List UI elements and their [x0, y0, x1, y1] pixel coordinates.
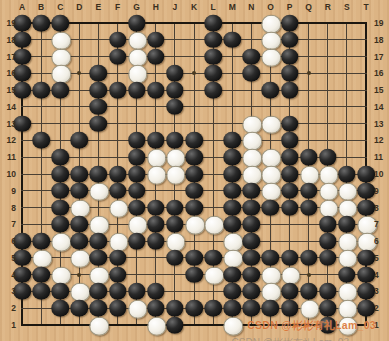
black-stone-G11	[128, 149, 146, 166]
black-stone-J12	[166, 132, 184, 149]
black-stone-P17	[281, 48, 299, 65]
black-stone-D10	[71, 166, 89, 183]
black-stone-J16	[166, 65, 184, 82]
black-stone-N4	[243, 266, 261, 283]
black-stone-P5	[281, 250, 299, 267]
white-stone-O9	[262, 183, 282, 202]
black-stone-C7	[51, 216, 69, 233]
black-stone-E10	[90, 166, 108, 183]
black-stone-S10	[338, 166, 356, 183]
white-stone-R9	[319, 183, 339, 202]
go-board[interactable]: ABCDEFGHJKLMNOPQRST191918181717161615151…	[0, 0, 389, 341]
coord-label-left-19: 19	[2, 18, 16, 28]
white-stone-D5	[71, 250, 91, 269]
black-stone-F18	[109, 32, 127, 49]
black-stone-T8	[357, 199, 375, 216]
white-stone-D3	[71, 283, 91, 302]
black-stone-J5	[166, 250, 184, 267]
black-stone-G15	[128, 82, 146, 99]
black-stone-K9	[185, 183, 203, 200]
black-stone-C10	[51, 166, 69, 183]
white-stone-F6	[109, 233, 129, 252]
coord-label-right-15: 15	[374, 85, 388, 95]
coord-label-left-3: 3	[2, 286, 16, 296]
black-stone-F17	[109, 48, 127, 65]
coord-label-top-L: L	[211, 2, 216, 12]
black-stone-N16	[243, 65, 261, 82]
black-stone-Q8	[300, 199, 318, 216]
coord-label-top-D: D	[76, 2, 82, 12]
coord-label-right-18: 18	[374, 35, 388, 45]
white-stone-N10	[243, 166, 263, 185]
black-stone-R3	[319, 283, 337, 300]
coord-label-top-K: K	[191, 2, 197, 12]
white-stone-N11	[243, 149, 263, 168]
black-stone-P10	[281, 166, 299, 183]
black-stone-C3	[51, 283, 69, 300]
black-stone-M8	[223, 199, 241, 216]
coord-label-left-10: 10	[2, 169, 16, 179]
coord-label-top-J: J	[173, 2, 178, 12]
black-stone-F15	[109, 82, 127, 99]
black-stone-R6	[319, 233, 337, 250]
white-stone-R10	[319, 166, 339, 185]
black-stone-F5	[109, 250, 127, 267]
white-stone-P4	[281, 266, 301, 285]
black-stone-L18	[204, 32, 222, 49]
star-point-Q4	[307, 273, 311, 277]
black-stone-L19	[204, 15, 222, 32]
black-stone-C8	[51, 199, 69, 216]
black-stone-M12	[223, 132, 241, 149]
black-stone-B19	[32, 15, 50, 32]
black-stone-G6	[128, 233, 146, 250]
coord-label-left-12: 12	[2, 135, 16, 145]
coord-label-right-14: 14	[374, 102, 388, 112]
black-stone-C9	[51, 183, 69, 200]
black-stone-Q11	[300, 149, 318, 166]
white-stone-R8	[319, 199, 339, 218]
black-stone-O8	[262, 199, 280, 216]
coord-label-left-5: 5	[2, 253, 16, 263]
black-stone-J8	[166, 199, 184, 216]
black-stone-J15	[166, 82, 184, 99]
white-stone-S5	[338, 250, 358, 269]
black-stone-F2	[109, 300, 127, 317]
black-stone-E16	[90, 65, 108, 82]
black-stone-P9	[281, 183, 299, 200]
black-stone-G12	[128, 132, 146, 149]
black-stone-K4	[185, 266, 203, 283]
black-stone-E5	[90, 250, 108, 267]
coord-label-top-H: H	[153, 2, 159, 12]
black-stone-E13	[90, 115, 108, 132]
grid-line-horizontal	[21, 56, 367, 57]
black-stone-Q3	[300, 283, 318, 300]
black-stone-P16	[281, 65, 299, 82]
white-stone-D8	[71, 199, 91, 218]
black-stone-M2	[223, 300, 241, 317]
black-stone-C15	[51, 82, 69, 99]
black-stone-G10	[128, 166, 146, 183]
white-stone-O17	[262, 48, 282, 67]
black-stone-C11	[51, 149, 69, 166]
black-stone-N3	[243, 283, 261, 300]
white-stone-H10	[147, 166, 167, 185]
star-point-D4	[77, 273, 81, 277]
grid-line-horizontal	[21, 106, 367, 107]
white-stone-M1	[223, 317, 243, 336]
black-stone-G3	[128, 283, 146, 300]
coord-label-left-16: 16	[2, 68, 16, 78]
coord-label-right-6: 6	[374, 236, 388, 246]
grid-line-horizontal	[21, 123, 367, 124]
black-stone-B3	[32, 283, 50, 300]
black-stone-B15	[32, 82, 50, 99]
star-point-K16	[192, 71, 196, 75]
black-stone-B12	[32, 132, 50, 149]
coord-label-right-19: 19	[374, 18, 388, 28]
black-stone-M10	[223, 166, 241, 183]
coord-label-left-4: 4	[2, 270, 16, 280]
grid-line-horizontal	[21, 39, 367, 40]
black-stone-Q5	[300, 250, 318, 267]
black-stone-Q9	[300, 183, 318, 200]
black-stone-N8	[243, 199, 261, 216]
coord-label-top-E: E	[96, 2, 102, 12]
coord-label-right-5: 5	[374, 253, 388, 263]
white-stone-O19	[262, 15, 282, 34]
black-stone-N5	[243, 250, 261, 267]
white-stone-M5	[223, 250, 243, 269]
black-stone-N9	[243, 183, 261, 200]
black-stone-H12	[147, 132, 165, 149]
black-stone-J1	[166, 317, 184, 334]
white-stone-C16	[51, 65, 71, 84]
white-stone-C4	[51, 266, 71, 285]
white-stone-M6	[223, 233, 243, 252]
black-stone-P11	[281, 149, 299, 166]
black-stone-G9	[128, 183, 146, 200]
white-stone-Q2	[300, 300, 320, 319]
white-stone-N13	[243, 115, 263, 134]
coord-label-top-M: M	[229, 2, 236, 12]
black-stone-J2	[166, 300, 184, 317]
black-stone-M18	[223, 32, 241, 49]
coord-label-top-F: F	[115, 2, 120, 12]
white-stone-S8	[338, 199, 358, 218]
white-stone-S2	[338, 300, 358, 319]
coord-label-right-1: 1	[374, 320, 388, 330]
white-stone-E7	[90, 216, 110, 235]
white-stone-G2	[128, 300, 148, 319]
coord-label-top-A: A	[19, 2, 25, 12]
white-stone-L4	[204, 266, 224, 285]
black-stone-E3	[90, 283, 108, 300]
coord-label-right-9: 9	[374, 186, 388, 196]
white-stone-J10	[166, 166, 186, 185]
coord-label-top-S: S	[344, 2, 350, 12]
white-stone-O13	[262, 115, 282, 134]
black-stone-K12	[185, 132, 203, 149]
black-stone-M7	[223, 216, 241, 233]
black-stone-P3	[281, 283, 299, 300]
white-stone-H11	[147, 149, 167, 168]
white-stone-S6	[338, 233, 358, 252]
black-stone-H17	[147, 48, 165, 65]
black-stone-D2	[71, 300, 89, 317]
black-stone-K11	[185, 149, 203, 166]
black-stone-S7	[338, 216, 356, 233]
black-stone-P12	[281, 132, 299, 149]
coord-label-right-3: 3	[374, 286, 388, 296]
black-stone-C2	[51, 300, 69, 317]
white-stone-J6	[166, 233, 186, 252]
coord-label-top-P: P	[287, 2, 293, 12]
white-stone-G18	[128, 32, 148, 51]
coord-label-top-R: R	[325, 2, 331, 12]
black-stone-L15	[204, 82, 222, 99]
coord-label-left-11: 11	[2, 152, 16, 162]
black-stone-H3	[147, 283, 165, 300]
black-stone-F4	[109, 266, 127, 283]
white-stone-S3	[338, 283, 358, 302]
black-stone-G19	[128, 15, 146, 32]
black-stone-E6	[90, 233, 108, 250]
white-stone-E4	[90, 266, 110, 285]
black-stone-D12	[71, 132, 89, 149]
coord-label-left-1: 1	[2, 320, 16, 330]
coord-label-top-T: T	[363, 2, 368, 12]
coord-label-right-4: 4	[374, 270, 388, 280]
star-point-D16	[77, 71, 81, 75]
coord-label-left-17: 17	[2, 52, 16, 62]
white-stone-B5	[32, 250, 52, 269]
black-stone-F3	[109, 283, 127, 300]
black-stone-F9	[109, 183, 127, 200]
coord-label-right-8: 8	[374, 203, 388, 213]
white-stone-E9	[90, 183, 110, 202]
white-stone-O3	[262, 283, 282, 302]
black-stone-P18	[281, 32, 299, 49]
black-stone-R7	[319, 216, 337, 233]
coord-label-right-7: 7	[374, 219, 388, 229]
coord-label-right-11: 11	[374, 152, 388, 162]
black-stone-C19	[51, 15, 69, 32]
white-stone-C6	[51, 233, 71, 252]
white-stone-C18	[51, 32, 71, 51]
coord-label-left-8: 8	[2, 203, 16, 213]
coord-label-left-14: 14	[2, 102, 16, 112]
black-stone-N6	[243, 233, 261, 250]
white-stone-G16	[128, 65, 148, 84]
black-stone-H15	[147, 82, 165, 99]
black-stone-P8	[281, 199, 299, 216]
white-stone-N12	[243, 132, 263, 151]
black-stone-K10	[185, 166, 203, 183]
black-stone-D6	[71, 233, 89, 250]
black-stone-R5	[319, 250, 337, 267]
go-board-screenshot: { "game": "go", "board": { "size": 19, "…	[0, 0, 389, 341]
white-stone-O10	[262, 166, 282, 185]
black-stone-R2	[319, 300, 337, 317]
black-stone-F10	[109, 166, 127, 183]
black-stone-T5	[357, 250, 375, 267]
white-stone-C17	[51, 48, 71, 67]
black-stone-T10	[357, 166, 375, 183]
coord-label-right-13: 13	[374, 119, 388, 129]
black-stone-H6	[147, 233, 165, 250]
white-stone-H1	[147, 317, 167, 336]
black-stone-H18	[147, 32, 165, 49]
black-stone-K8	[185, 199, 203, 216]
black-stone-B4	[32, 266, 50, 283]
black-stone-P19	[281, 15, 299, 32]
star-point-Q16	[307, 71, 311, 75]
coord-label-left-9: 9	[2, 186, 16, 196]
white-stone-O11	[262, 149, 282, 168]
black-stone-O2	[262, 300, 280, 317]
black-stone-M9	[223, 183, 241, 200]
coord-label-right-16: 16	[374, 68, 388, 78]
black-stone-S4	[338, 266, 356, 283]
black-stone-L2	[204, 300, 222, 317]
black-stone-L17	[204, 48, 222, 65]
black-stone-T3	[357, 283, 375, 300]
black-stone-O15	[262, 82, 280, 99]
black-stone-H7	[147, 216, 165, 233]
white-stone-K7	[185, 216, 205, 235]
black-stone-E15	[90, 82, 108, 99]
black-stone-H8	[147, 199, 165, 216]
black-stone-P13	[281, 115, 299, 132]
black-stone-D9	[71, 183, 89, 200]
coord-label-top-C: C	[57, 2, 63, 12]
black-stone-P2	[281, 300, 299, 317]
white-stone-G17	[128, 48, 148, 67]
coord-label-top-B: B	[38, 2, 44, 12]
black-stone-T2	[357, 300, 375, 317]
coord-label-right-10: 10	[374, 169, 388, 179]
coord-label-top-Q: Q	[305, 2, 312, 12]
white-stone-Q10	[300, 166, 320, 185]
watermark-text-clipped: CSDN @彬彬有礼Lam_03	[232, 336, 349, 341]
white-stone-L7	[204, 216, 224, 235]
black-stone-O5	[262, 250, 280, 267]
black-stone-L16	[204, 65, 222, 82]
white-stone-O18	[262, 32, 282, 51]
black-stone-N2	[243, 300, 261, 317]
coord-label-top-G: G	[133, 2, 140, 12]
white-stone-O4	[262, 266, 282, 285]
black-stone-E14	[90, 99, 108, 116]
grid-line-horizontal	[21, 22, 367, 24]
black-stone-M11	[223, 149, 241, 166]
grid-line-horizontal	[21, 90, 367, 91]
black-stone-K2	[185, 300, 203, 317]
coord-label-left-15: 15	[2, 85, 16, 95]
black-stone-M4	[223, 266, 241, 283]
black-stone-T9	[357, 183, 375, 200]
coord-label-right-12: 12	[374, 135, 388, 145]
coord-label-left-6: 6	[2, 236, 16, 246]
black-stone-M3	[223, 283, 241, 300]
black-stone-D7	[71, 216, 89, 233]
black-stone-N7	[243, 216, 261, 233]
watermark-text: CSDN @彬彬有礼Lam_03	[247, 319, 376, 333]
coord-label-left-7: 7	[2, 219, 16, 229]
black-stone-L5	[204, 250, 222, 267]
coord-label-left-13: 13	[2, 119, 16, 129]
black-stone-T4	[357, 266, 375, 283]
coord-label-right-2: 2	[374, 303, 388, 313]
black-stone-P15	[281, 82, 299, 99]
black-stone-B6	[32, 233, 50, 250]
black-stone-G8	[128, 199, 146, 216]
black-stone-R11	[319, 149, 337, 166]
coord-label-left-2: 2	[2, 303, 16, 313]
black-stone-N17	[243, 48, 261, 65]
white-stone-F8	[109, 199, 129, 218]
black-stone-K5	[185, 250, 203, 267]
white-stone-S9	[338, 183, 358, 202]
white-stone-E1	[90, 317, 110, 336]
black-stone-J7	[166, 216, 184, 233]
coord-label-right-17: 17	[374, 52, 388, 62]
coord-label-top-N: N	[248, 2, 254, 12]
black-stone-J14	[166, 99, 184, 116]
white-stone-J11	[166, 149, 186, 168]
coord-label-top-O: O	[267, 2, 274, 12]
black-stone-E2	[90, 300, 108, 317]
white-stone-G7	[128, 216, 148, 235]
black-stone-H2	[147, 300, 165, 317]
coord-label-left-18: 18	[2, 35, 16, 45]
